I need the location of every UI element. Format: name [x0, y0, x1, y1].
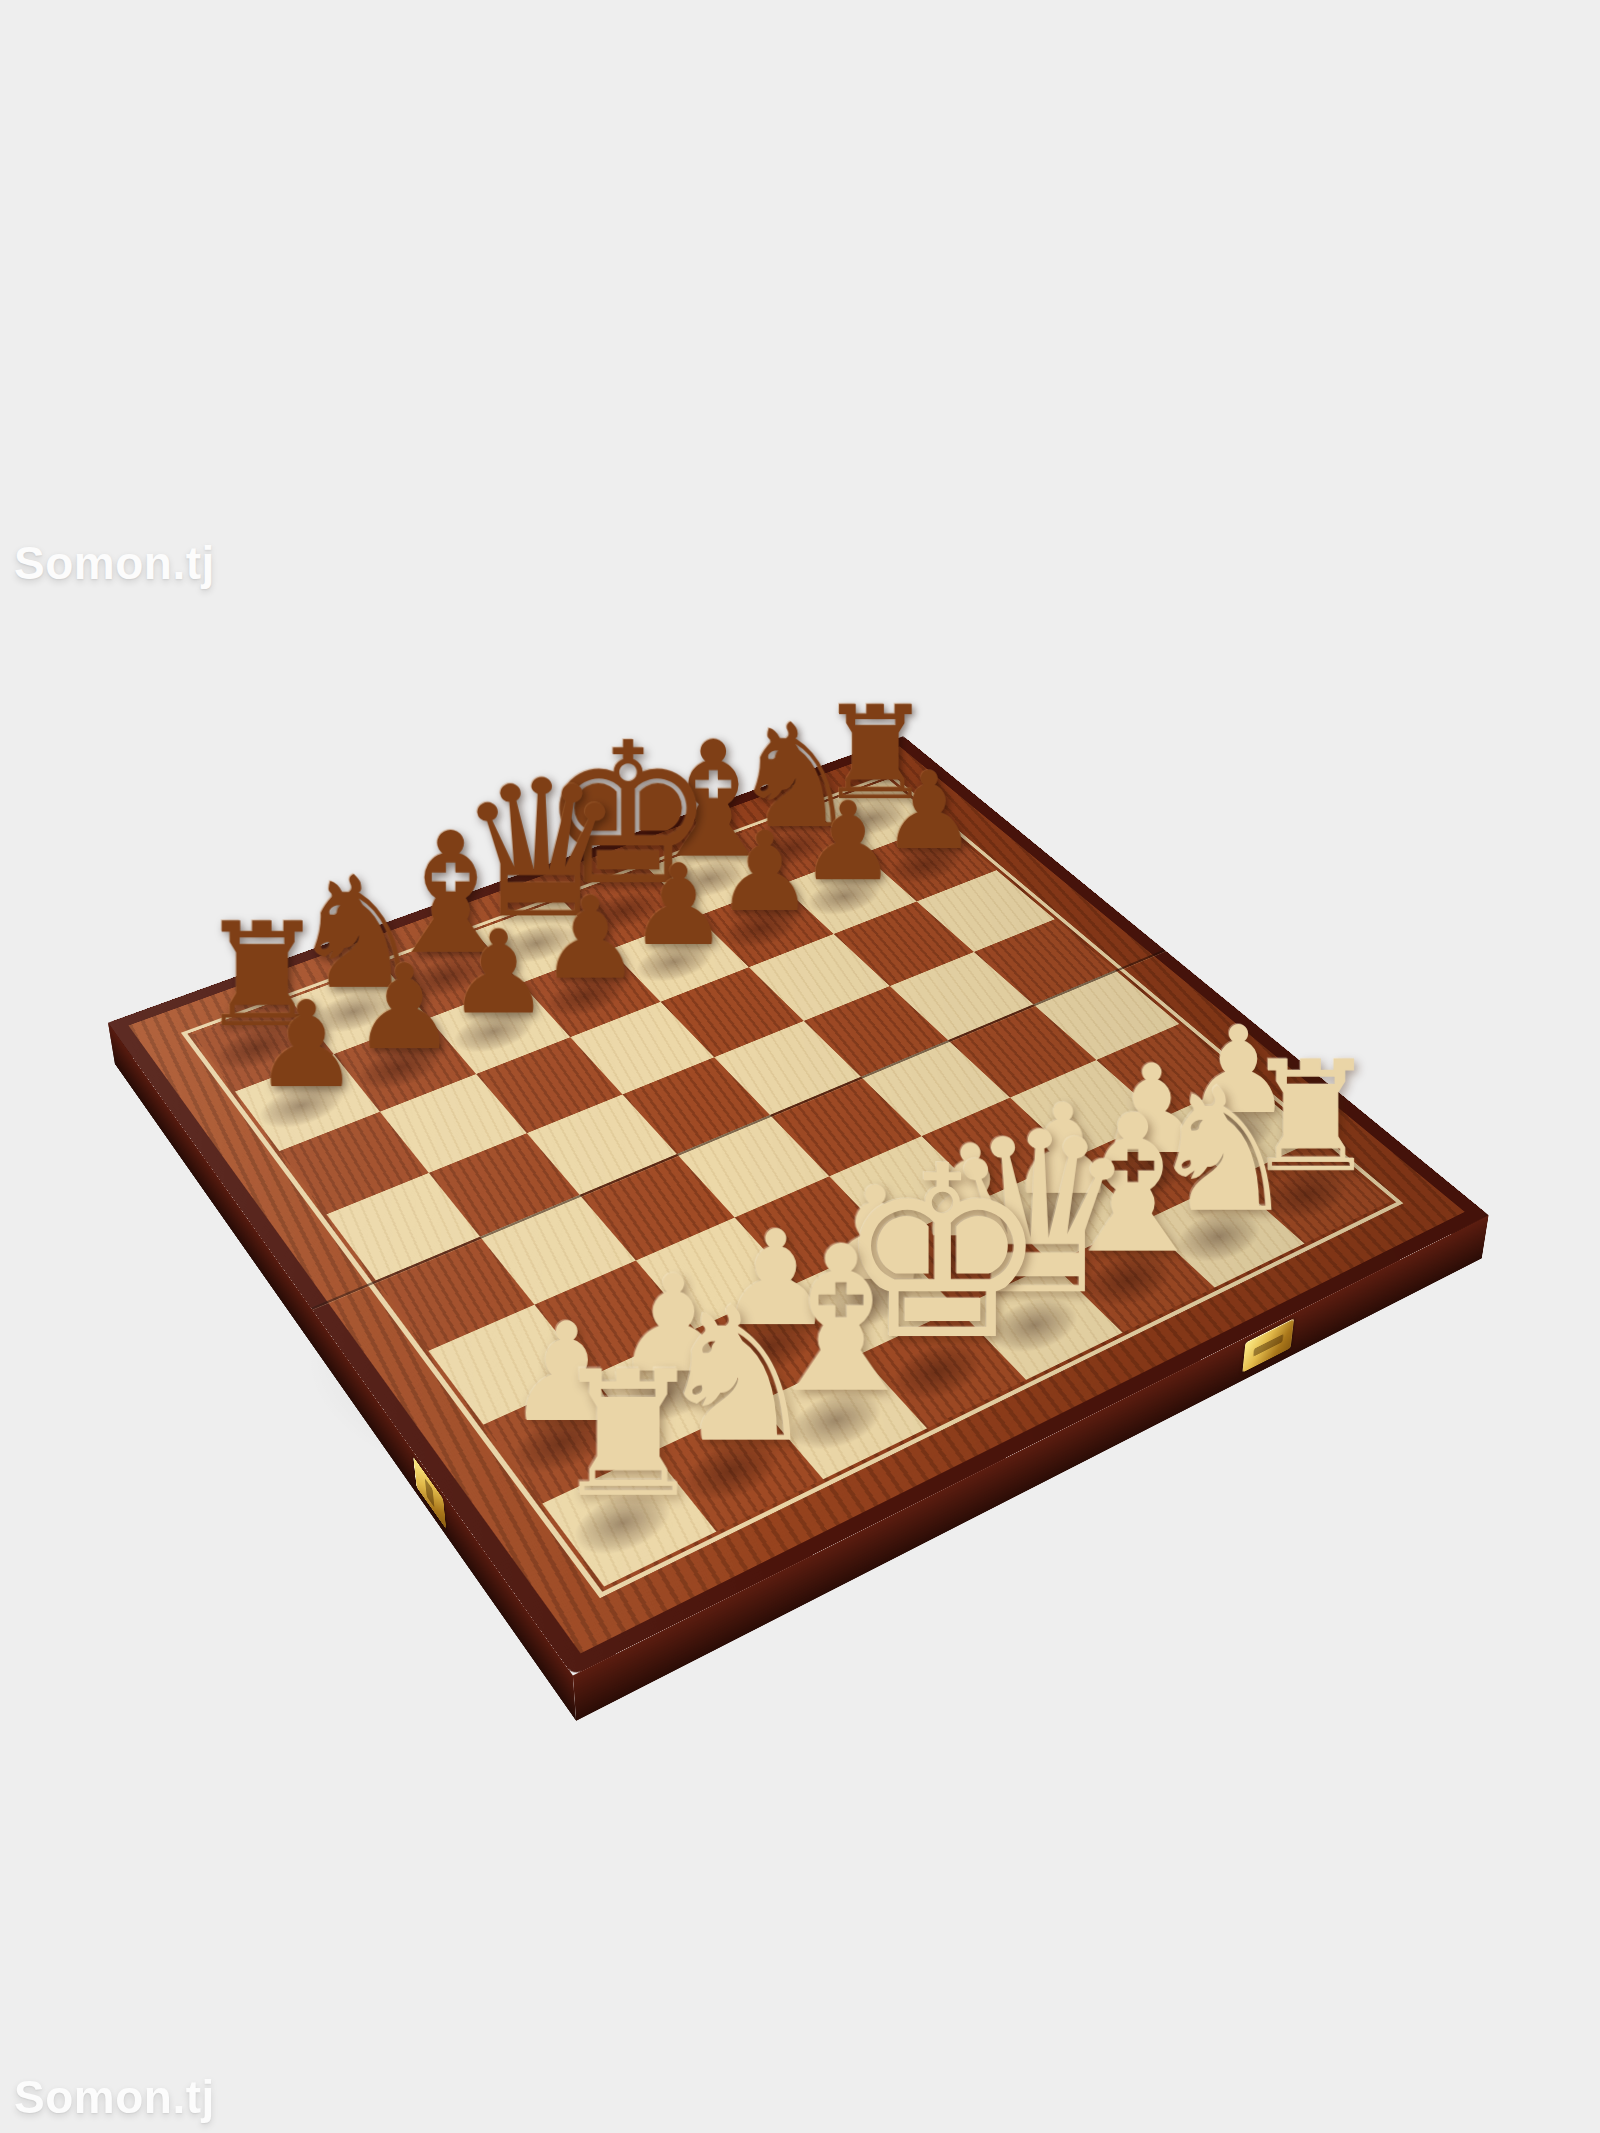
- white-rook-glyph: ♜: [494, 1246, 764, 1518]
- black-pawn-glyph: ♟: [192, 871, 421, 1102]
- piece-white-rook-a1: ♜: [542, 1452, 716, 1587]
- chess-scene: ♜♞♝♛♚♝♞♜♟♟♟♟♟♟♟♟♟♟♟♟♟♟♟♟♜♞♝♚♛♝♞♜: [0, 0, 1600, 2133]
- clasp-pin: [1253, 1334, 1283, 1357]
- chess-box: ♜♞♝♛♚♝♞♜♟♟♟♟♟♟♟♟♟♟♟♟♟♟♟♟♜♞♝♚♛♝♞♜: [108, 736, 1489, 1675]
- board-top-face: ♜♞♝♛♚♝♞♜♟♟♟♟♟♟♟♟♟♟♟♟♟♟♟♟♜♞♝♚♛♝♞♜: [108, 736, 1489, 1675]
- pieces-layer: ♜♞♝♛♚♝♞♜♟♟♟♟♟♟♟♟♟♟♟♟♟♟♟♟♜♞♝♚♛♝♞♜: [192, 779, 1390, 1587]
- watermark-somon-bottom: Somon.tj: [14, 2070, 215, 2124]
- piece-black-pawn-a7: ♟: [235, 1054, 380, 1151]
- clasp-pin: [425, 1478, 435, 1507]
